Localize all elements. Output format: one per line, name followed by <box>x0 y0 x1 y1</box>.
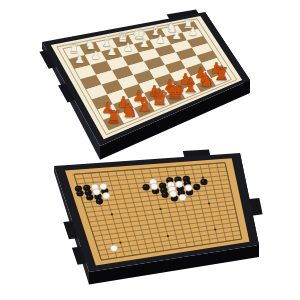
go-stone-white <box>110 245 117 251</box>
go-stone-white <box>100 183 107 189</box>
chess-piece-red-r: ♜ <box>106 107 121 127</box>
hoshi-point <box>167 235 169 237</box>
stone-highlight <box>162 188 164 190</box>
chess-set: ♜♞♝♛♚♝♞♜♟♟♟♟♟♟♟♟♟♟♟♟♟♟♟♟♜♞♝♛♚♝♞♜ <box>39 9 250 159</box>
stone-highlight <box>186 182 188 184</box>
hoshi-point <box>159 208 161 210</box>
chess-piece-ivory-p: ♟ <box>91 49 101 62</box>
go-stone-black <box>161 191 168 197</box>
go-stone-black <box>76 190 83 196</box>
chess-piece-ivory-p: ♟ <box>123 41 133 54</box>
stone-highlight <box>163 193 165 195</box>
go-stone-black <box>96 198 103 204</box>
go-stone-white <box>185 185 192 191</box>
chess-piece-ivory-p: ♟ <box>156 33 166 46</box>
stone-highlight <box>98 199 100 201</box>
go-stone-black <box>142 184 149 190</box>
go-stone-white <box>179 194 186 200</box>
go-stone-white <box>170 191 177 197</box>
chess-piece-ivory-p: ♟ <box>107 45 117 58</box>
chess-piece-red-n: ♞ <box>198 69 215 90</box>
stone-highlight <box>77 187 79 189</box>
stone-highlight <box>88 196 90 198</box>
stone-highlight <box>195 185 197 187</box>
stone-highlight <box>86 191 88 193</box>
chess-piece-ivory-p: ♟ <box>172 29 182 42</box>
go-stone-black <box>86 194 93 200</box>
go-stone-white <box>103 193 110 199</box>
stone-highlight <box>78 192 80 194</box>
product-photo: Magnetic folding travel set product phot… <box>0 0 300 300</box>
chess-piece-ivory-p: ♟ <box>188 25 198 38</box>
go-stone-black <box>200 179 207 185</box>
chess-piece-red-r: ♜ <box>214 64 229 84</box>
stone-highlight <box>168 179 170 181</box>
hoshi-point <box>208 202 210 204</box>
hoshi-point <box>214 228 216 230</box>
hoshi-point <box>111 213 113 215</box>
go-stone-white <box>151 183 158 189</box>
stone-highlight <box>161 184 163 186</box>
go-stone-white <box>176 181 183 187</box>
hoshi-point <box>119 241 121 243</box>
stone-highlight <box>176 178 178 180</box>
chess-piece-ivory-p: ♟ <box>139 37 149 50</box>
scene-svg: ♜♞♝♛♚♝♞♜♟♟♟♟♟♟♟♟♟♟♟♟♟♟♟♟♜♞♝♛♚♝♞♜ <box>0 0 300 300</box>
stone-highlight <box>85 186 87 188</box>
stone-highlight <box>185 177 187 179</box>
stone-highlight <box>144 185 146 187</box>
hoshi-point <box>202 176 204 178</box>
go-stone-white <box>93 189 100 195</box>
stone-highlight <box>180 191 182 193</box>
chess-piece-ivory-p: ♟ <box>75 53 85 66</box>
go-set <box>54 149 263 284</box>
go-stone-black <box>193 184 200 190</box>
stone-highlight <box>202 180 204 182</box>
